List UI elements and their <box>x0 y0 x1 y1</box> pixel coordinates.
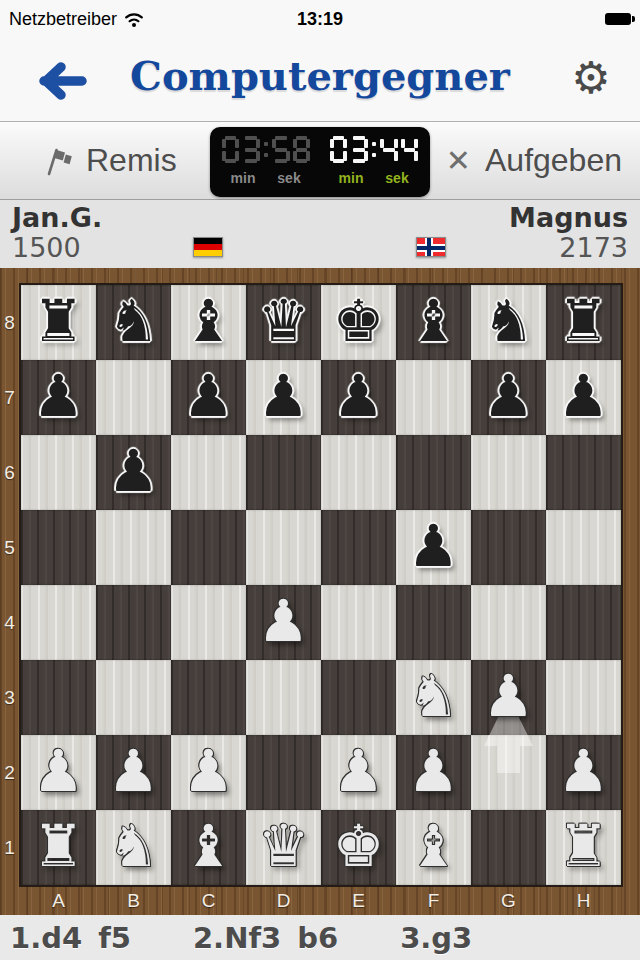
square-h7[interactable]: ♟ <box>546 360 621 435</box>
chess-board: ♜♞♝♛♚♝♞♜♟♟♟♟♟♟♟♟♟♞♟♟♟♟♟♟♟♜♞♝♛♚♝♜ <box>19 283 623 887</box>
clock-digit-4 <box>401 136 419 163</box>
piece-white-bishop[interactable]: ♝ <box>171 810 246 885</box>
square-b3[interactable] <box>96 660 171 735</box>
rank-label-1: 1 <box>0 810 19 885</box>
piece-white-rook[interactable]: ♜ <box>21 810 96 885</box>
black-clock-min-label: min <box>328 170 374 186</box>
square-e6[interactable] <box>321 435 396 510</box>
flag-icon <box>44 145 72 177</box>
square-a6[interactable] <box>21 435 96 510</box>
rank-label-7: 7 <box>0 360 19 435</box>
square-c5[interactable] <box>171 510 246 585</box>
piece-black-bishop[interactable]: ♝ <box>396 285 471 360</box>
square-e8[interactable]: ♚ <box>321 285 396 360</box>
square-h2[interactable]: ♟ <box>546 735 621 810</box>
move-item: 1.d4 <box>10 921 82 955</box>
piece-black-knight[interactable]: ♞ <box>96 285 171 360</box>
white-clock-sek-label: sek <box>266 170 312 186</box>
file-label-a: A <box>21 889 96 913</box>
piece-black-rook[interactable]: ♜ <box>546 285 621 360</box>
square-a5[interactable] <box>21 510 96 585</box>
square-d4[interactable]: ♟ <box>246 585 321 660</box>
square-g5[interactable] <box>471 510 546 585</box>
page-title: Computergegner <box>0 52 640 99</box>
game-toolbar: Remis min sek min sek ✕ Aufgeben <box>0 122 640 200</box>
square-a8[interactable]: ♜ <box>21 285 96 360</box>
piece-black-pawn[interactable]: ♟ <box>471 360 546 435</box>
move-item: f5 <box>98 921 131 955</box>
square-d2[interactable] <box>246 735 321 810</box>
draw-label: Remis <box>86 142 177 179</box>
square-h3[interactable] <box>546 660 621 735</box>
piece-white-pawn[interactable]: ♟ <box>396 735 471 810</box>
square-c2[interactable]: ♟ <box>171 735 246 810</box>
square-g8[interactable]: ♞ <box>471 285 546 360</box>
rank-label-8: 8 <box>0 285 19 360</box>
piece-black-pawn[interactable]: ♟ <box>96 435 171 510</box>
piece-black-pawn[interactable]: ♟ <box>246 360 321 435</box>
white-player-name: Jan.G. <box>12 203 102 233</box>
black-player-name: Magnus <box>509 203 628 233</box>
square-d5[interactable] <box>246 510 321 585</box>
clock-digit-4 <box>380 136 398 163</box>
square-f4[interactable] <box>396 585 471 660</box>
black-clock-sek-label: sek <box>374 170 420 186</box>
piece-black-pawn[interactable]: ♟ <box>546 360 621 435</box>
clock-digit-3 <box>242 136 260 163</box>
clock-digit-3 <box>350 136 368 163</box>
piece-black-pawn[interactable]: ♟ <box>396 510 471 585</box>
square-c1[interactable]: ♝ <box>171 810 246 885</box>
square-b7[interactable] <box>96 360 171 435</box>
piece-white-knight[interactable]: ♞ <box>396 660 471 735</box>
resign-button[interactable]: ✕ Aufgeben <box>446 122 622 199</box>
square-g1[interactable] <box>471 810 546 885</box>
square-g3[interactable]: ♟ <box>471 660 546 735</box>
header: Computergegner ⚙ <box>0 38 640 122</box>
square-f2[interactable]: ♟ <box>396 735 471 810</box>
square-h6[interactable] <box>546 435 621 510</box>
square-g7[interactable]: ♟ <box>471 360 546 435</box>
square-e7[interactable]: ♟ <box>321 360 396 435</box>
square-b1[interactable]: ♞ <box>96 810 171 885</box>
rank-label-3: 3 <box>0 660 19 735</box>
piece-black-pawn[interactable]: ♟ <box>321 360 396 435</box>
white-clock: min sek <box>220 136 312 197</box>
piece-white-pawn[interactable]: ♟ <box>21 735 96 810</box>
file-label-f: F <box>396 889 471 913</box>
status-time: 13:19 <box>0 9 640 30</box>
rank-label-6: 6 <box>0 435 19 510</box>
square-e3[interactable] <box>321 660 396 735</box>
piece-white-bishop[interactable]: ♝ <box>396 810 471 885</box>
rank-label-4: 4 <box>0 585 19 660</box>
square-c6[interactable] <box>171 435 246 510</box>
battery-icon <box>605 13 631 25</box>
square-f1[interactable]: ♝ <box>396 810 471 885</box>
piece-black-bishop[interactable]: ♝ <box>171 285 246 360</box>
piece-white-pawn[interactable]: ♟ <box>546 735 621 810</box>
square-d3[interactable] <box>246 660 321 735</box>
clock-digit-5 <box>272 136 290 163</box>
square-a4[interactable] <box>21 585 96 660</box>
square-c3[interactable] <box>171 660 246 735</box>
germany-flag-icon <box>193 237 223 257</box>
player-bar: Jan.G. 1500 Magnus 2173 <box>0 200 640 268</box>
piece-black-rook[interactable]: ♜ <box>21 285 96 360</box>
move-item: b6 <box>297 921 338 955</box>
square-f7[interactable] <box>396 360 471 435</box>
move-item: 3.g3 <box>400 921 472 955</box>
piece-black-pawn[interactable]: ♟ <box>171 360 246 435</box>
square-e5[interactable] <box>321 510 396 585</box>
piece-white-knight[interactable]: ♞ <box>96 810 171 885</box>
chess-clock: min sek min sek <box>210 127 430 197</box>
piece-black-queen[interactable]: ♛ <box>246 285 321 360</box>
black-clock: min sek <box>328 136 420 197</box>
piece-white-pawn[interactable]: ♟ <box>171 735 246 810</box>
square-e1[interactable]: ♚ <box>321 810 396 885</box>
piece-white-king[interactable]: ♚ <box>321 810 396 885</box>
square-a2[interactable]: ♟ <box>21 735 96 810</box>
file-label-g: G <box>471 889 546 913</box>
file-label-c: C <box>171 889 246 913</box>
move-item: 2.Nf3 <box>193 921 281 955</box>
square-h8[interactable]: ♜ <box>546 285 621 360</box>
file-label-d: D <box>246 889 321 913</box>
file-label-b: B <box>96 889 171 913</box>
square-e2[interactable]: ♟ <box>321 735 396 810</box>
piece-black-pawn[interactable]: ♟ <box>21 360 96 435</box>
square-b2[interactable]: ♟ <box>96 735 171 810</box>
square-h4[interactable] <box>546 585 621 660</box>
square-h5[interactable] <box>546 510 621 585</box>
square-e4[interactable] <box>321 585 396 660</box>
piece-white-pawn[interactable]: ♟ <box>96 735 171 810</box>
square-g6[interactable] <box>471 435 546 510</box>
square-b8[interactable]: ♞ <box>96 285 171 360</box>
square-f5[interactable]: ♟ <box>396 510 471 585</box>
square-d8[interactable]: ♛ <box>246 285 321 360</box>
move-list: 1.d4 f5 2.Nf3 b6 3.g3 <box>0 915 640 960</box>
square-f8[interactable]: ♝ <box>396 285 471 360</box>
piece-white-pawn[interactable]: ♟ <box>321 735 396 810</box>
clock-digit-8 <box>293 136 311 163</box>
piece-white-queen[interactable]: ♛ <box>246 810 321 885</box>
piece-black-knight[interactable]: ♞ <box>471 285 546 360</box>
square-f3[interactable]: ♞ <box>396 660 471 735</box>
piece-white-pawn[interactable]: ♟ <box>471 660 546 735</box>
black-player-info: Magnus 2173 <box>509 203 628 263</box>
clock-colon <box>371 136 378 163</box>
square-a7[interactable]: ♟ <box>21 360 96 435</box>
board-frame: ♜♞♝♛♚♝♞♜♟♟♟♟♟♟♟♟♟♞♟♟♟♟♟♟♟♜♞♝♛♚♝♜ 8765432… <box>0 268 640 915</box>
square-c8[interactable]: ♝ <box>171 285 246 360</box>
clock-digit-0 <box>330 136 348 163</box>
close-icon: ✕ <box>446 146 471 176</box>
square-b5[interactable] <box>96 510 171 585</box>
square-b6[interactable]: ♟ <box>96 435 171 510</box>
white-clock-min-label: min <box>220 170 266 186</box>
file-label-e: E <box>321 889 396 913</box>
square-d1[interactable]: ♛ <box>246 810 321 885</box>
square-a1[interactable]: ♜ <box>21 810 96 885</box>
file-label-h: H <box>546 889 621 913</box>
square-a3[interactable] <box>21 660 96 735</box>
piece-black-king[interactable]: ♚ <box>321 285 396 360</box>
square-h1[interactable]: ♜ <box>546 810 621 885</box>
gear-icon[interactable]: ⚙ <box>566 50 616 106</box>
square-d7[interactable]: ♟ <box>246 360 321 435</box>
rank-label-5: 5 <box>0 510 19 585</box>
square-g4[interactable] <box>471 585 546 660</box>
draw-button[interactable]: Remis <box>44 122 177 199</box>
piece-white-pawn[interactable]: ♟ <box>246 585 321 660</box>
resign-label: Aufgeben <box>485 142 622 179</box>
square-c4[interactable] <box>171 585 246 660</box>
clock-digit-0 <box>222 136 240 163</box>
rank-label-2: 2 <box>0 735 19 810</box>
status-bar: Netzbetreiber 13:19 <box>0 0 640 38</box>
square-b4[interactable] <box>96 585 171 660</box>
clock-colon <box>263 136 270 163</box>
white-player-info: Jan.G. 1500 <box>12 203 102 263</box>
square-d6[interactable] <box>246 435 321 510</box>
white-player-rating: 1500 <box>12 233 102 263</box>
square-f6[interactable] <box>396 435 471 510</box>
piece-white-rook[interactable]: ♜ <box>546 810 621 885</box>
black-player-rating: 2173 <box>509 233 628 263</box>
square-c7[interactable]: ♟ <box>171 360 246 435</box>
norway-flag-icon <box>416 237 446 257</box>
